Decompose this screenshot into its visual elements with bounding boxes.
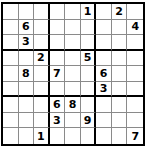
sudoku-cell-r9c6[interactable] xyxy=(81,128,97,144)
given-digit: 7 xyxy=(131,131,139,142)
sudoku-cell-r9c7[interactable] xyxy=(96,128,112,144)
sudoku-cell-r5c8[interactable] xyxy=(112,66,128,82)
sudoku-cell-r2c4[interactable] xyxy=(50,20,66,36)
sudoku-cell-r3c1[interactable] xyxy=(3,35,19,51)
sudoku-cell-r1c8[interactable]: 2 xyxy=(112,4,128,20)
sudoku-cell-r7c3[interactable] xyxy=(34,97,50,113)
sudoku-cell-r7c1[interactable] xyxy=(3,97,19,113)
given-digit: 1 xyxy=(37,131,45,142)
sudoku-cell-r5c7[interactable]: 6 xyxy=(96,66,112,82)
sudoku-cell-r4c6[interactable]: 5 xyxy=(81,51,97,67)
sudoku-cell-r4c2[interactable] xyxy=(19,51,35,67)
given-digit: 8 xyxy=(22,68,30,79)
given-digit: 2 xyxy=(115,6,123,17)
sudoku-cell-r8c8[interactable] xyxy=(112,113,128,129)
sudoku-cell-r7c8[interactable] xyxy=(112,97,128,113)
sudoku-cell-r4c7[interactable] xyxy=(96,51,112,67)
sudoku-cell-r5c2[interactable]: 8 xyxy=(19,66,35,82)
sudoku-cell-r2c9[interactable]: 4 xyxy=(127,20,143,36)
sudoku-cell-r4c3[interactable]: 2 xyxy=(34,51,50,67)
sudoku-cell-r8c1[interactable] xyxy=(3,113,19,129)
sudoku-cell-r4c1[interactable] xyxy=(3,51,19,67)
sudoku-cell-r1c9[interactable] xyxy=(127,4,143,20)
sudoku-cell-r6c9[interactable] xyxy=(127,82,143,98)
given-digit: 7 xyxy=(53,68,61,79)
given-digit: 3 xyxy=(53,115,61,126)
sudoku-cell-r6c2[interactable] xyxy=(19,82,35,98)
given-digit: 3 xyxy=(22,36,30,47)
sudoku-cell-r6c3[interactable] xyxy=(34,82,50,98)
sudoku-cell-r5c4[interactable]: 7 xyxy=(50,66,66,82)
sudoku-cell-r7c9[interactable] xyxy=(127,97,143,113)
sudoku-cell-r1c4[interactable] xyxy=(50,4,66,20)
sudoku-cell-r8c4[interactable]: 3 xyxy=(50,113,66,129)
sudoku-cell-r5c3[interactable] xyxy=(34,66,50,82)
sudoku-cell-r7c5[interactable]: 8 xyxy=(65,97,81,113)
given-digit: 4 xyxy=(131,21,139,32)
given-digit: 9 xyxy=(84,115,92,126)
sudoku-cell-r5c5[interactable] xyxy=(65,66,81,82)
given-digit: 5 xyxy=(84,52,92,63)
sudoku-cell-r7c7[interactable] xyxy=(96,97,112,113)
sudoku-cell-r9c4[interactable] xyxy=(50,128,66,144)
sudoku-cell-r2c7[interactable] xyxy=(96,20,112,36)
sudoku-cell-r8c3[interactable] xyxy=(34,113,50,129)
sudoku-cell-r8c7[interactable] xyxy=(96,113,112,129)
sudoku-cell-r8c9[interactable] xyxy=(127,113,143,129)
sudoku-cell-r7c2[interactable] xyxy=(19,97,35,113)
sudoku-cell-r5c6[interactable] xyxy=(81,66,97,82)
sudoku-cell-r9c8[interactable] xyxy=(112,128,128,144)
sudoku-cell-r5c1[interactable] xyxy=(3,66,19,82)
sudoku-cell-r6c6[interactable] xyxy=(81,82,97,98)
given-digit: 1 xyxy=(84,6,92,17)
sudoku-cell-r1c7[interactable] xyxy=(96,4,112,20)
sudoku-cell-r4c4[interactable] xyxy=(50,51,66,67)
sudoku-cell-r3c3[interactable] xyxy=(34,35,50,51)
given-digit: 2 xyxy=(37,52,45,63)
sudoku-cell-r3c9[interactable] xyxy=(127,35,143,51)
given-digit: 6 xyxy=(22,21,30,32)
sudoku-cell-r1c2[interactable] xyxy=(19,4,35,20)
sudoku-cell-r9c1[interactable] xyxy=(3,128,19,144)
sudoku-cell-r9c3[interactable]: 1 xyxy=(34,128,50,144)
sudoku-cell-r8c6[interactable]: 9 xyxy=(81,113,97,129)
sudoku-cell-r2c2[interactable]: 6 xyxy=(19,20,35,36)
sudoku-cell-r3c7[interactable] xyxy=(96,35,112,51)
sudoku-cell-r1c1[interactable] xyxy=(3,4,19,20)
sudoku-cell-r1c5[interactable] xyxy=(65,4,81,20)
given-digit: 6 xyxy=(100,68,108,79)
sudoku-cell-r3c5[interactable] xyxy=(65,35,81,51)
sudoku-cell-r8c2[interactable] xyxy=(19,113,35,129)
sudoku-cell-r7c4[interactable]: 6 xyxy=(50,97,66,113)
sudoku-cell-r8c5[interactable] xyxy=(65,113,81,129)
sudoku-cell-r6c5[interactable] xyxy=(65,82,81,98)
sudoku-board: 12643258763683917 xyxy=(1,2,145,146)
sudoku-cell-r7c6[interactable] xyxy=(81,97,97,113)
sudoku-cell-r6c4[interactable] xyxy=(50,82,66,98)
sudoku-cell-r2c3[interactable] xyxy=(34,20,50,36)
sudoku-cell-r3c2[interactable]: 3 xyxy=(19,35,35,51)
sudoku-cell-r2c8[interactable] xyxy=(112,20,128,36)
sudoku-cell-r2c1[interactable] xyxy=(3,20,19,36)
given-digit: 8 xyxy=(69,99,77,110)
sudoku-cell-r4c8[interactable] xyxy=(112,51,128,67)
sudoku-cell-r4c9[interactable] xyxy=(127,51,143,67)
sudoku-cell-r6c8[interactable] xyxy=(112,82,128,98)
sudoku-cell-r9c2[interactable] xyxy=(19,128,35,144)
sudoku-cell-r1c6[interactable]: 1 xyxy=(81,4,97,20)
sudoku-cell-r3c4[interactable] xyxy=(50,35,66,51)
given-digit: 6 xyxy=(53,99,61,110)
sudoku-cell-r5c9[interactable] xyxy=(127,66,143,82)
sudoku-cell-r2c6[interactable] xyxy=(81,20,97,36)
sudoku-cell-r1c3[interactable] xyxy=(34,4,50,20)
given-digit: 3 xyxy=(100,83,108,94)
sudoku-cell-r3c6[interactable] xyxy=(81,35,97,51)
sudoku-cell-r9c9[interactable]: 7 xyxy=(127,128,143,144)
sudoku-cell-r6c1[interactable] xyxy=(3,82,19,98)
sudoku-cell-r9c5[interactable] xyxy=(65,128,81,144)
sudoku-cell-r4c5[interactable] xyxy=(65,51,81,67)
sudoku-cell-r3c8[interactable] xyxy=(112,35,128,51)
sudoku-cell-r2c5[interactable] xyxy=(65,20,81,36)
sudoku-cell-r6c7[interactable]: 3 xyxy=(96,82,112,98)
